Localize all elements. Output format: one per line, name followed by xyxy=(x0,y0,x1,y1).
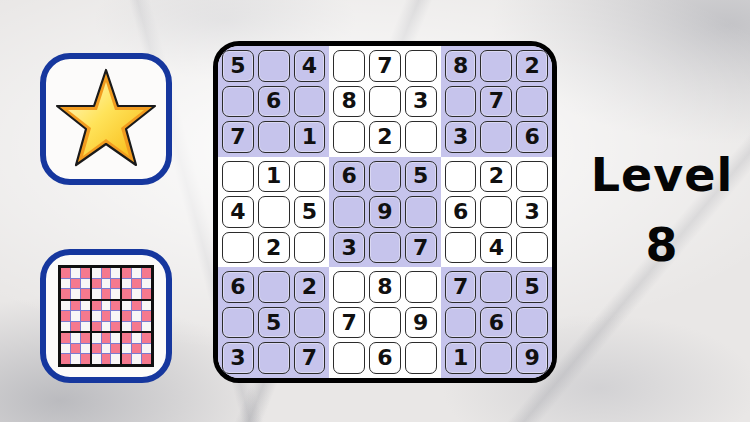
checkerboard-cell xyxy=(122,301,131,311)
checkerboard-box xyxy=(122,268,151,299)
star-icon xyxy=(54,65,158,173)
level-indicator: Level 8 xyxy=(576,152,748,268)
sudoku-board: 5467178328273614526593726346253787967561… xyxy=(213,41,557,383)
sudoku-cell[interactable] xyxy=(405,271,437,303)
checkerboard-cell xyxy=(132,311,141,321)
checkerboard-box xyxy=(61,268,90,299)
checkerboard-cell xyxy=(111,301,120,311)
checkerboard-box xyxy=(61,333,90,364)
sudoku-cell[interactable] xyxy=(294,232,326,264)
sudoku-cell[interactable]: 6 xyxy=(333,161,365,193)
checkerboard-box xyxy=(92,333,121,364)
sudoku-cell[interactable] xyxy=(445,86,477,118)
checkerboard-cell xyxy=(92,333,101,343)
sudoku-cell[interactable] xyxy=(405,342,437,374)
checkerboard-cell xyxy=(81,344,90,354)
sudoku-cell[interactable] xyxy=(480,50,512,82)
checkerboard-box xyxy=(92,301,121,332)
sudoku-cell[interactable] xyxy=(333,342,365,374)
sudoku-cell[interactable] xyxy=(516,161,548,193)
star-button[interactable] xyxy=(40,53,172,185)
sudoku-cell[interactable]: 4 xyxy=(222,196,254,228)
checkerboard-cell xyxy=(132,333,141,343)
checkerboard-box xyxy=(92,268,121,299)
sudoku-cell[interactable] xyxy=(294,307,326,339)
checkerboard-cell xyxy=(81,301,90,311)
sudoku-cell[interactable] xyxy=(222,161,254,193)
checkerboard-cell xyxy=(111,322,120,332)
checkerboard-cell xyxy=(142,354,151,364)
checkerboard-grid-icon xyxy=(58,265,154,367)
checkerboard-cell xyxy=(142,268,151,278)
sudoku-cell[interactable]: 1 xyxy=(445,342,477,374)
sudoku-cell[interactable]: 6 xyxy=(480,307,512,339)
sudoku-board-grid: 5467178328273614526593726346253787967561… xyxy=(218,46,552,378)
sudoku-box: 54671 xyxy=(218,46,329,157)
checkerboard-cell xyxy=(92,279,101,289)
checkerboard-cell xyxy=(61,311,70,321)
checkerboard-cell xyxy=(61,301,70,311)
checkerboard-cell xyxy=(92,311,101,321)
sudoku-cell[interactable] xyxy=(333,196,365,228)
sudoku-box: 75619 xyxy=(441,267,552,378)
checkerboard-cell xyxy=(142,322,151,332)
sudoku-cell[interactable] xyxy=(405,121,437,153)
sudoku-cell[interactable]: 1 xyxy=(258,161,290,193)
sudoku-cell[interactable]: 5 xyxy=(516,271,548,303)
sudoku-box: 1452 xyxy=(218,157,329,268)
checkerboard-cell xyxy=(71,301,80,311)
level-number: 8 xyxy=(645,222,678,268)
sudoku-cell[interactable] xyxy=(405,196,437,228)
checkerboard-cell xyxy=(132,279,141,289)
sudoku-cell[interactable] xyxy=(222,86,254,118)
sudoku-cell[interactable]: 7 xyxy=(405,232,437,264)
sudoku-cell[interactable]: 7 xyxy=(222,121,254,153)
sudoku-cell[interactable]: 1 xyxy=(294,121,326,153)
sudoku-cell[interactable] xyxy=(480,271,512,303)
checkerboard-cell xyxy=(81,279,90,289)
checkerboard-cell xyxy=(142,311,151,321)
checkerboard-cell xyxy=(81,354,90,364)
sudoku-cell[interactable]: 6 xyxy=(258,86,290,118)
sudoku-cell[interactable]: 6 xyxy=(369,342,401,374)
checkerboard-cell xyxy=(81,333,90,343)
sudoku-box: 82736 xyxy=(441,46,552,157)
sudoku-box: 62537 xyxy=(218,267,329,378)
sudoku-cell[interactable]: 4 xyxy=(480,232,512,264)
checkerboard-cell xyxy=(111,279,120,289)
checkerboard-cell xyxy=(122,322,131,332)
sudoku-cell[interactable]: 5 xyxy=(405,161,437,193)
checkerboard-cell xyxy=(71,354,80,364)
checkerboard-cell xyxy=(122,333,131,343)
checkerboard-cell xyxy=(142,279,151,289)
checkerboard-cell xyxy=(61,344,70,354)
checkerboard-cell xyxy=(71,311,80,321)
checkerboard-cell xyxy=(71,289,80,299)
sudoku-cell[interactable]: 8 xyxy=(333,86,365,118)
sudoku-cell[interactable] xyxy=(222,307,254,339)
checkerboard-cell xyxy=(92,344,101,354)
sudoku-cell[interactable] xyxy=(258,342,290,374)
sudoku-cell[interactable] xyxy=(480,121,512,153)
checkerboard-cell xyxy=(71,322,80,332)
sudoku-cell[interactable] xyxy=(480,342,512,374)
checkerboard-cell xyxy=(132,344,141,354)
sudoku-cell[interactable]: 3 xyxy=(333,232,365,264)
checkerboard-cell xyxy=(61,322,70,332)
sudoku-cell[interactable] xyxy=(369,86,401,118)
sudoku-box: 2634 xyxy=(441,157,552,268)
sudoku-cell[interactable]: 2 xyxy=(480,161,512,193)
sudoku-cell[interactable]: 8 xyxy=(369,271,401,303)
sudoku-cell[interactable] xyxy=(258,196,290,228)
sudoku-cell[interactable]: 2 xyxy=(258,232,290,264)
checkerboard-cell xyxy=(122,354,131,364)
checkerboard-cell xyxy=(102,279,111,289)
checkerboard-cell xyxy=(102,322,111,332)
sudoku-cell[interactable] xyxy=(333,271,365,303)
sudoku-cell[interactable] xyxy=(445,307,477,339)
checkerboard-cell xyxy=(111,344,120,354)
sudoku-cell[interactable] xyxy=(516,232,548,264)
checkerboard-cell xyxy=(81,322,90,332)
checkerboard-cell xyxy=(111,333,120,343)
sudoku-box: 65937 xyxy=(329,157,440,268)
checkerboard-cell xyxy=(81,311,90,321)
sudoku-cell[interactable] xyxy=(445,232,477,264)
sudoku-cell[interactable] xyxy=(369,232,401,264)
checkerboard-cell xyxy=(102,354,111,364)
checkerboard-cell xyxy=(132,301,141,311)
sudoku-cell[interactable] xyxy=(369,161,401,193)
sudoku-cell[interactable] xyxy=(405,50,437,82)
sudoku-cell[interactable]: 3 xyxy=(516,196,548,228)
sudoku-cell[interactable] xyxy=(222,232,254,264)
sudoku-cell[interactable]: 2 xyxy=(369,121,401,153)
checkerboard-cell xyxy=(111,354,120,364)
sudoku-cell[interactable]: 6 xyxy=(516,121,548,153)
sudoku-cell[interactable]: 5 xyxy=(294,196,326,228)
checkerboard-cell xyxy=(81,289,90,299)
sudoku-cell[interactable]: 3 xyxy=(405,86,437,118)
checkerboard-cell xyxy=(111,289,120,299)
checkerboard-cell xyxy=(61,279,70,289)
checkerboard-cell xyxy=(122,311,131,321)
sudoku-cell[interactable]: 7 xyxy=(333,307,365,339)
checkerboard-cell xyxy=(132,354,141,364)
grid-button[interactable] xyxy=(40,249,172,383)
checkerboard-cell xyxy=(71,344,80,354)
sudoku-cell[interactable] xyxy=(258,50,290,82)
checkerboard-cell xyxy=(102,333,111,343)
sudoku-cell[interactable]: 7 xyxy=(480,86,512,118)
checkerboard-cell xyxy=(142,333,151,343)
sudoku-cell[interactable] xyxy=(258,271,290,303)
sudoku-cell[interactable]: 7 xyxy=(445,271,477,303)
app-background: { "game": "sudoku", "level": { "label": … xyxy=(0,0,750,422)
sudoku-cell[interactable]: 9 xyxy=(405,307,437,339)
checkerboard-cell xyxy=(132,322,141,332)
checkerboard-cell xyxy=(102,268,111,278)
sudoku-cell[interactable] xyxy=(369,307,401,339)
sudoku-cell[interactable]: 2 xyxy=(294,271,326,303)
checkerboard-box xyxy=(122,301,151,332)
checkerboard-cell xyxy=(92,301,101,311)
sudoku-cell[interactable]: 3 xyxy=(445,121,477,153)
checkerboard-cell xyxy=(102,301,111,311)
sudoku-cell[interactable]: 6 xyxy=(445,196,477,228)
checkerboard-cell xyxy=(61,333,70,343)
checkerboard-cell xyxy=(111,268,120,278)
sudoku-box: 8796 xyxy=(329,267,440,378)
sudoku-cell[interactable]: 9 xyxy=(369,196,401,228)
sudoku-cell[interactable]: 5 xyxy=(222,50,254,82)
checkerboard-cell xyxy=(142,289,151,299)
checkerboard-cell xyxy=(122,289,131,299)
checkerboard-cell xyxy=(61,289,70,299)
sudoku-cell[interactable] xyxy=(258,121,290,153)
sudoku-cell[interactable] xyxy=(516,86,548,118)
checkerboard-cell xyxy=(92,322,101,332)
checkerboard-cell xyxy=(142,301,151,311)
checkerboard-cell xyxy=(81,268,90,278)
checkerboard-cell xyxy=(92,354,101,364)
checkerboard-cell xyxy=(132,289,141,299)
sudoku-cell[interactable] xyxy=(294,161,326,193)
checkerboard-cell xyxy=(132,268,141,278)
checkerboard-box xyxy=(61,301,90,332)
sudoku-cell[interactable] xyxy=(333,121,365,153)
checkerboard-cell xyxy=(102,311,111,321)
checkerboard-cell xyxy=(61,354,70,364)
checkerboard-cell xyxy=(102,344,111,354)
sudoku-cell[interactable] xyxy=(480,196,512,228)
sudoku-cell[interactable] xyxy=(445,161,477,193)
checkerboard-cell xyxy=(71,279,80,289)
sudoku-cell[interactable]: 6 xyxy=(222,271,254,303)
sudoku-cell[interactable]: 9 xyxy=(516,342,548,374)
checkerboard-cell xyxy=(71,268,80,278)
sudoku-cell[interactable] xyxy=(333,50,365,82)
sudoku-box: 7832 xyxy=(329,46,440,157)
sudoku-cell[interactable]: 8 xyxy=(445,50,477,82)
checkerboard-cell xyxy=(122,279,131,289)
checkerboard-cell xyxy=(92,289,101,299)
checkerboard-box xyxy=(122,333,151,364)
sudoku-cell[interactable] xyxy=(516,307,548,339)
checkerboard-cell xyxy=(92,268,101,278)
sudoku-cell[interactable]: 5 xyxy=(258,307,290,339)
checkerboard-cell xyxy=(122,344,131,354)
checkerboard-cell xyxy=(142,344,151,354)
sudoku-cell[interactable]: 4 xyxy=(294,50,326,82)
sudoku-cell[interactable]: 7 xyxy=(294,342,326,374)
level-label: Level xyxy=(591,152,733,198)
checkerboard-cell xyxy=(111,311,120,321)
checkerboard-cell xyxy=(71,333,80,343)
checkerboard-cell xyxy=(102,289,111,299)
checkerboard-cell xyxy=(61,268,70,278)
sudoku-cell[interactable]: 3 xyxy=(222,342,254,374)
sudoku-cell[interactable]: 2 xyxy=(516,50,548,82)
checkerboard-cell xyxy=(122,268,131,278)
sudoku-cell[interactable]: 7 xyxy=(369,50,401,82)
sudoku-cell[interactable] xyxy=(294,86,326,118)
